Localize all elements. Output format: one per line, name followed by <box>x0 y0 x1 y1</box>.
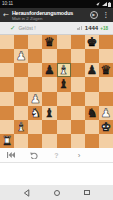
square-f8[interactable] <box>71 35 85 49</box>
square-b2[interactable]: ♝ <box>14 120 28 134</box>
status-time: 10:11 <box>2 0 13 8</box>
result-bar: ✓ Gelöst ! 1444 +18 <box>0 22 113 35</box>
square-f1[interactable] <box>71 134 85 148</box>
square-h5[interactable] <box>99 77 113 91</box>
black-pawn: ♟ <box>86 63 97 77</box>
square-c7[interactable] <box>28 49 42 63</box>
nav-home-icon[interactable] <box>54 190 60 196</box>
square-a3[interactable] <box>0 106 14 120</box>
black-knight: ♞ <box>86 106 97 120</box>
rating-icon <box>77 26 82 30</box>
solved-label: Gelöst ! <box>18 25 77 31</box>
square-a8[interactable] <box>0 35 14 49</box>
solved-check-icon: ✓ <box>10 24 15 32</box>
page-subtitle: Matt in 2 Zügen <box>12 16 90 21</box>
status-icons <box>96 2 111 7</box>
square-d7[interactable] <box>42 49 56 63</box>
app-bar: ← Herausforderungsmodus Matt in 2 Zügen … <box>0 8 113 22</box>
square-h6[interactable]: ♛ <box>99 63 113 77</box>
square-c2[interactable] <box>28 120 42 134</box>
next-button[interactable]: › <box>68 148 91 162</box>
white-pawn: ♟ <box>30 92 41 106</box>
nav-recents-icon[interactable] <box>84 190 90 196</box>
square-g5[interactable] <box>85 77 99 91</box>
nav-back-icon[interactable] <box>23 189 30 197</box>
first-move-button[interactable] <box>0 148 23 162</box>
square-b4[interactable] <box>14 92 28 106</box>
black-queen: ♛ <box>44 35 55 49</box>
toolbar-spacer <box>90 148 113 162</box>
next-icon: › <box>78 149 81 162</box>
white-bishop: ♝ <box>58 63 69 77</box>
square-b8[interactable] <box>14 35 28 49</box>
status-bar: 10:11 <box>0 0 113 8</box>
black-bishop: ♝ <box>58 77 69 91</box>
android-nav-bar <box>0 185 113 200</box>
black-king: ♚ <box>86 35 97 49</box>
square-e5[interactable]: ♝ <box>57 77 71 91</box>
square-c4[interactable]: ♟ <box>28 92 42 106</box>
rating-value: 1444 <box>85 25 98 31</box>
skip-to-start-icon <box>7 152 15 158</box>
square-d1[interactable] <box>42 134 56 148</box>
square-h8[interactable] <box>99 35 113 49</box>
square-e1[interactable] <box>57 134 71 148</box>
undo-icon <box>30 152 38 159</box>
back-icon[interactable]: ← <box>3 8 9 22</box>
square-c8[interactable] <box>28 35 42 49</box>
square-a7[interactable] <box>0 49 14 63</box>
square-d3[interactable]: ♝ <box>42 106 56 120</box>
square-h2[interactable]: ♚ <box>99 120 113 134</box>
rating-delta: +18 <box>100 26 108 31</box>
square-g7[interactable] <box>85 49 99 63</box>
square-d5[interactable] <box>42 77 56 91</box>
overflow-menu-icon[interactable]: ⋮ <box>103 8 110 22</box>
square-e4[interactable] <box>57 92 71 106</box>
square-f3[interactable] <box>71 106 85 120</box>
square-g3[interactable]: ♞ <box>85 106 99 120</box>
square-b1[interactable] <box>14 134 28 148</box>
square-d6[interactable]: ♟ <box>42 63 56 77</box>
square-h1[interactable] <box>99 134 113 148</box>
square-e7[interactable] <box>57 49 71 63</box>
square-b5[interactable] <box>14 77 28 91</box>
white-bishop: ♝ <box>16 120 27 134</box>
square-h3[interactable]: ♟ <box>99 106 113 120</box>
square-e2[interactable] <box>57 120 71 134</box>
square-h7[interactable] <box>99 49 113 63</box>
square-a1[interactable]: ♜ <box>0 134 14 148</box>
square-e6[interactable]: ♝ <box>57 63 71 77</box>
square-c5[interactable] <box>28 77 42 91</box>
square-e8[interactable] <box>57 35 71 49</box>
square-f7[interactable] <box>71 49 85 63</box>
square-c6[interactable] <box>28 63 42 77</box>
square-a6[interactable] <box>0 63 14 77</box>
square-g6[interactable]: ♟ <box>85 63 99 77</box>
appbar-actions: ▶ ⋮ <box>90 8 110 22</box>
square-f4[interactable] <box>71 92 85 106</box>
square-b3[interactable] <box>14 106 28 120</box>
play-button[interactable]: ▶ <box>90 11 98 19</box>
white-knight: ♞ <box>30 106 41 120</box>
white-pawn: ♟ <box>16 49 27 63</box>
square-d2[interactable] <box>42 120 56 134</box>
square-f5[interactable] <box>71 77 85 91</box>
white-rook: ♜ <box>2 134 13 148</box>
titles: Herausforderungsmodus Matt in 2 Zügen <box>12 10 90 21</box>
square-f6[interactable] <box>71 63 85 77</box>
move-toolbar: ? › <box>0 148 113 163</box>
play-icon: ▶ <box>92 13 95 17</box>
square-a5[interactable] <box>0 77 14 91</box>
chess-board: ♛♚♟♟♝♟♛♝♟♞♝♞♟♝♚♜ <box>0 35 113 148</box>
square-g2[interactable] <box>85 120 99 134</box>
black-queen: ♛ <box>101 63 112 77</box>
square-d4[interactable] <box>42 92 56 106</box>
square-f2[interactable] <box>71 120 85 134</box>
signal-icon <box>102 2 107 6</box>
app-screen: 10:11 ← Herausforderungsmodus Matt in 2 … <box>0 0 113 200</box>
gps-icon <box>96 2 100 6</box>
undo-button[interactable] <box>23 148 46 162</box>
square-c1[interactable] <box>28 134 42 148</box>
hint-icon: ? <box>54 152 58 159</box>
black-bishop: ♝ <box>44 106 55 120</box>
battery-icon <box>108 2 111 7</box>
square-g4[interactable] <box>85 92 99 106</box>
square-h4[interactable] <box>99 92 113 106</box>
square-g1[interactable] <box>85 134 99 148</box>
square-b7[interactable]: ♟ <box>14 49 28 63</box>
square-c3[interactable]: ♞ <box>28 106 42 120</box>
square-g8[interactable]: ♚ <box>85 35 99 49</box>
square-e3[interactable] <box>57 106 71 120</box>
content-background <box>0 163 113 185</box>
square-a4[interactable] <box>0 92 14 106</box>
square-a2[interactable] <box>0 120 14 134</box>
hint-button[interactable]: ? <box>45 148 68 162</box>
square-b6[interactable] <box>14 63 28 77</box>
black-pawn: ♟ <box>44 63 55 77</box>
white-king: ♚ <box>101 120 112 134</box>
square-d8[interactable]: ♛ <box>42 35 56 49</box>
white-pawn: ♟ <box>101 106 112 120</box>
